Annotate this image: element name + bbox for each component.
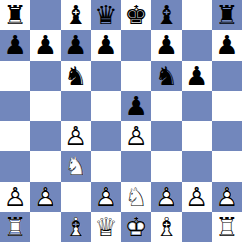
square-e8[interactable]: ♚ <box>121 0 151 30</box>
square-f1[interactable]: ♝♗ <box>151 212 181 242</box>
square-c3[interactable]: ♞♘ <box>61 151 91 181</box>
square-h7[interactable]: ♟ <box>212 30 242 60</box>
white-knight-outline-icon: ♘ <box>61 151 91 181</box>
square-h5[interactable] <box>212 91 242 121</box>
black-pawn-icon[interactable]: ♟ <box>121 91 151 121</box>
square-h6[interactable] <box>212 61 242 91</box>
square-g1[interactable] <box>182 212 212 242</box>
white-pawn-outline-icon: ♙ <box>212 182 242 212</box>
square-e3[interactable] <box>121 151 151 181</box>
white-pawn-outline-icon: ♙ <box>182 182 212 212</box>
square-d1[interactable]: ♛♕ <box>91 212 121 242</box>
black-pawn-icon[interactable]: ♟ <box>30 30 60 60</box>
white-pawn-outline-icon: ♙ <box>61 121 91 151</box>
square-h3[interactable] <box>212 151 242 181</box>
white-rook-outline-icon: ♖ <box>0 212 30 242</box>
square-a1[interactable]: ♜♖ <box>0 212 30 242</box>
square-h8[interactable]: ♜ <box>212 0 242 30</box>
square-a7[interactable]: ♟ <box>0 30 30 60</box>
square-c1[interactable]: ♝♗ <box>61 212 91 242</box>
square-b5[interactable] <box>30 91 60 121</box>
square-c4[interactable]: ♟♙ <box>61 121 91 151</box>
square-f2[interactable]: ♟♙ <box>151 182 181 212</box>
white-pawn-outline-icon: ♙ <box>91 182 121 212</box>
square-g4[interactable] <box>182 121 212 151</box>
square-d7[interactable]: ♟ <box>91 30 121 60</box>
black-rook-icon[interactable]: ♜ <box>0 0 30 30</box>
black-bishop-icon[interactable]: ♝ <box>61 0 91 30</box>
square-c7[interactable]: ♟ <box>61 30 91 60</box>
black-knight-icon[interactable]: ♞ <box>151 61 181 91</box>
square-e4[interactable]: ♟♙ <box>121 121 151 151</box>
square-f4[interactable] <box>151 121 181 151</box>
chess-board: ♜♝♛♚♝♜♟♟♟♟♟♟♞♞♟♟♟♙♟♙♞♘♟♙♟♙♟♙♞♘♟♙♟♙♟♙♜♖♝♗… <box>0 0 242 242</box>
square-c5[interactable] <box>61 91 91 121</box>
white-bishop-outline-icon: ♗ <box>61 212 91 242</box>
square-c6[interactable]: ♞ <box>61 61 91 91</box>
black-pawn-icon[interactable]: ♟ <box>151 30 181 60</box>
square-g7[interactable] <box>182 30 212 60</box>
white-pawn-outline-icon: ♙ <box>121 121 151 151</box>
white-pawn-outline-icon: ♙ <box>151 182 181 212</box>
square-g6[interactable]: ♟ <box>182 61 212 91</box>
square-h1[interactable]: ♜♖ <box>212 212 242 242</box>
square-d5[interactable] <box>91 91 121 121</box>
square-e2[interactable]: ♞♘ <box>121 182 151 212</box>
white-rook-outline-icon: ♖ <box>212 212 242 242</box>
white-pawn-outline-icon: ♙ <box>30 182 60 212</box>
square-e7[interactable] <box>121 30 151 60</box>
square-e1[interactable]: ♚♔ <box>121 212 151 242</box>
square-h2[interactable]: ♟♙ <box>212 182 242 212</box>
square-a2[interactable]: ♟♙ <box>0 182 30 212</box>
square-h4[interactable] <box>212 121 242 151</box>
black-pawn-icon[interactable]: ♟ <box>182 61 212 91</box>
square-a4[interactable] <box>0 121 30 151</box>
square-a3[interactable] <box>0 151 30 181</box>
square-d3[interactable] <box>91 151 121 181</box>
square-g3[interactable] <box>182 151 212 181</box>
square-c2[interactable] <box>61 182 91 212</box>
square-f7[interactable]: ♟ <box>151 30 181 60</box>
square-d4[interactable] <box>91 121 121 151</box>
square-g2[interactable]: ♟♙ <box>182 182 212 212</box>
square-f3[interactable] <box>151 151 181 181</box>
black-king-icon[interactable]: ♚ <box>121 0 151 30</box>
black-pawn-icon[interactable]: ♟ <box>212 30 242 60</box>
square-f8[interactable]: ♝ <box>151 0 181 30</box>
square-b2[interactable]: ♟♙ <box>30 182 60 212</box>
black-pawn-icon[interactable]: ♟ <box>91 30 121 60</box>
square-a8[interactable]: ♜ <box>0 0 30 30</box>
square-b8[interactable] <box>30 0 60 30</box>
white-pawn-outline-icon: ♙ <box>0 182 30 212</box>
square-d8[interactable]: ♛ <box>91 0 121 30</box>
white-bishop-outline-icon: ♗ <box>151 212 181 242</box>
black-knight-icon[interactable]: ♞ <box>61 61 91 91</box>
square-b7[interactable]: ♟ <box>30 30 60 60</box>
white-queen-outline-icon: ♕ <box>91 212 121 242</box>
square-b1[interactable] <box>30 212 60 242</box>
square-a6[interactable] <box>0 61 30 91</box>
square-c8[interactable]: ♝ <box>61 0 91 30</box>
white-king-outline-icon: ♔ <box>121 212 151 242</box>
square-e6[interactable] <box>121 61 151 91</box>
black-queen-icon[interactable]: ♛ <box>91 0 121 30</box>
square-g8[interactable] <box>182 0 212 30</box>
square-f5[interactable] <box>151 91 181 121</box>
square-e5[interactable]: ♟ <box>121 91 151 121</box>
black-pawn-icon[interactable]: ♟ <box>0 30 30 60</box>
black-bishop-icon[interactable]: ♝ <box>151 0 181 30</box>
square-b4[interactable] <box>30 121 60 151</box>
square-b6[interactable] <box>30 61 60 91</box>
white-knight-outline-icon: ♘ <box>121 182 151 212</box>
square-d2[interactable]: ♟♙ <box>91 182 121 212</box>
square-g5[interactable] <box>182 91 212 121</box>
square-f6[interactable]: ♞ <box>151 61 181 91</box>
square-b3[interactable] <box>30 151 60 181</box>
black-pawn-icon[interactable]: ♟ <box>61 30 91 60</box>
black-rook-icon[interactable]: ♜ <box>212 0 242 30</box>
square-a5[interactable] <box>0 91 30 121</box>
square-d6[interactable] <box>91 61 121 91</box>
